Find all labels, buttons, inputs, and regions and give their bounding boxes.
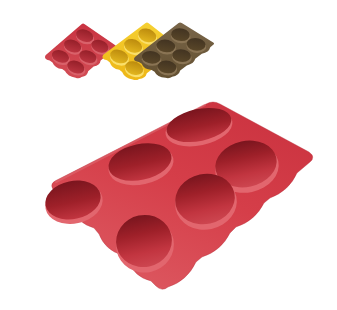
muffin-molds-illustration [0, 0, 337, 310]
main-mold-red [41, 102, 312, 289]
product-photo-canvas [0, 0, 337, 310]
